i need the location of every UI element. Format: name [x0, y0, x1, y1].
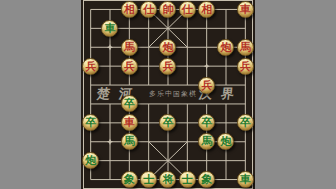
- board-point[interactable]: 卒: [158, 113, 177, 132]
- piece-red-chariot[interactable]: 車: [121, 114, 138, 131]
- board-point[interactable]: 兵: [158, 57, 177, 76]
- board-point[interactable]: [81, 38, 100, 57]
- board-point[interactable]: 車: [236, 170, 255, 189]
- board-point[interactable]: 馬: [236, 38, 255, 57]
- board-point[interactable]: 士: [139, 170, 158, 189]
- board-point[interactable]: [236, 151, 255, 170]
- piece-red-elephant[interactable]: 相: [121, 1, 138, 18]
- board-point[interactable]: [81, 170, 100, 189]
- board-point[interactable]: 象: [120, 170, 139, 189]
- board-point[interactable]: [197, 151, 216, 170]
- board-point[interactable]: 兵: [236, 57, 255, 76]
- piece-green-horse[interactable]: 馬: [121, 133, 138, 150]
- board-point[interactable]: [216, 151, 235, 170]
- piece-glyph: 炮: [220, 41, 231, 52]
- board-point[interactable]: 士: [178, 170, 197, 189]
- board-point[interactable]: [158, 76, 177, 95]
- board-point[interactable]: 兵: [81, 57, 100, 76]
- board-point[interactable]: [139, 76, 158, 95]
- board-point[interactable]: [216, 113, 235, 132]
- board-point[interactable]: [236, 132, 255, 151]
- piece-glyph: 卒: [201, 117, 212, 128]
- piece-glyph: 車: [124, 117, 135, 128]
- board-point[interactable]: [178, 94, 197, 113]
- board-point[interactable]: [139, 57, 158, 76]
- board-point[interactable]: [158, 94, 177, 113]
- piece-green-soldier[interactable]: 卒: [198, 114, 215, 131]
- piece-glyph: 兵: [124, 60, 135, 71]
- piece-glyph: 卒: [240, 117, 251, 128]
- piece-glyph: 馬: [124, 41, 135, 52]
- board-point[interactable]: [178, 19, 197, 38]
- piece-red-soldier[interactable]: 兵: [198, 77, 215, 94]
- board-point[interactable]: [100, 151, 119, 170]
- piece-green-soldier[interactable]: 卒: [159, 114, 176, 131]
- board-point[interactable]: 炮: [216, 38, 235, 57]
- board-point[interactable]: [158, 151, 177, 170]
- piece-glyph: 卒: [162, 117, 173, 128]
- board-point[interactable]: [81, 76, 100, 95]
- piece-red-chariot[interactable]: 車: [237, 1, 254, 18]
- board-point[interactable]: [216, 0, 235, 19]
- piece-layer: 相仕帥仕相車車馬炮炮馬兵兵兵兵兵卒卒車卒卒卒馬馬炮炮象士将士象車: [81, 0, 255, 189]
- piece-red-horse[interactable]: 馬: [237, 39, 254, 56]
- board-point[interactable]: [139, 38, 158, 57]
- piece-glyph: 馬: [240, 41, 251, 52]
- piece-glyph: 車: [240, 3, 251, 14]
- piece-glyph: 兵: [240, 60, 251, 71]
- board-point[interactable]: [197, 19, 216, 38]
- piece-green-cannon[interactable]: 炮: [82, 152, 99, 169]
- board-point[interactable]: [100, 76, 119, 95]
- letterbox-left: [0, 0, 81, 189]
- piece-glyph: 車: [240, 174, 251, 185]
- piece-green-chariot[interactable]: 車: [101, 20, 118, 37]
- piece-green-advisor[interactable]: 士: [140, 171, 157, 188]
- board-point[interactable]: 車: [100, 19, 119, 38]
- piece-glyph: 象: [124, 174, 135, 185]
- piece-glyph: 兵: [85, 60, 96, 71]
- board-point[interactable]: [81, 132, 100, 151]
- board-point[interactable]: [178, 76, 197, 95]
- piece-green-soldier[interactable]: 卒: [121, 95, 138, 112]
- board-point[interactable]: 馬: [120, 132, 139, 151]
- piece-green-elephant[interactable]: 象: [198, 171, 215, 188]
- board-point[interactable]: [236, 19, 255, 38]
- piece-glyph: 帥: [162, 3, 173, 14]
- board-point[interactable]: [100, 94, 119, 113]
- piece-red-cannon[interactable]: 炮: [159, 39, 176, 56]
- piece-glyph: 仕: [182, 3, 193, 14]
- piece-glyph: 馬: [201, 136, 212, 147]
- piece-glyph: 卒: [85, 117, 96, 128]
- board-point[interactable]: 炮: [81, 151, 100, 170]
- board-point[interactable]: 卒: [81, 113, 100, 132]
- piece-glyph: 士: [182, 174, 193, 185]
- board-point[interactable]: 馬: [197, 132, 216, 151]
- piece-glyph: 卒: [124, 98, 135, 109]
- piece-green-elephant[interactable]: 象: [121, 171, 138, 188]
- board-point[interactable]: [139, 132, 158, 151]
- piece-red-advisor[interactable]: 仕: [179, 1, 196, 18]
- piece-green-advisor[interactable]: 士: [179, 171, 196, 188]
- piece-green-cannon[interactable]: 炮: [217, 133, 234, 150]
- xiangqi-board: 楚河 汉界 多乐中国象棋 相仕帥仕相車車馬炮炮馬兵兵兵兵兵卒卒車卒卒卒馬馬炮炮象…: [81, 0, 255, 189]
- piece-red-cannon[interactable]: 炮: [217, 39, 234, 56]
- piece-red-king[interactable]: 帥: [159, 1, 176, 18]
- board-point[interactable]: 卒: [120, 94, 139, 113]
- board-point[interactable]: [197, 57, 216, 76]
- board-point[interactable]: [120, 19, 139, 38]
- piece-glyph: 相: [201, 3, 212, 14]
- piece-green-soldier[interactable]: 卒: [82, 114, 99, 131]
- piece-red-advisor[interactable]: 仕: [140, 1, 157, 18]
- piece-red-soldier[interactable]: 兵: [237, 58, 254, 75]
- piece-red-horse[interactable]: 馬: [121, 39, 138, 56]
- board-point[interactable]: [178, 132, 197, 151]
- piece-glyph: 象: [201, 174, 212, 185]
- board-point[interactable]: [100, 57, 119, 76]
- board-point[interactable]: [139, 94, 158, 113]
- board-point[interactable]: [216, 94, 235, 113]
- piece-glyph: 炮: [162, 41, 173, 52]
- piece-green-chariot[interactable]: 車: [237, 171, 254, 188]
- board-point[interactable]: [216, 19, 235, 38]
- piece-glyph: 士: [143, 174, 154, 185]
- board-point[interactable]: [100, 0, 119, 19]
- piece-glyph: 相: [124, 3, 135, 14]
- board-point[interactable]: [100, 132, 119, 151]
- board-point[interactable]: [100, 38, 119, 57]
- board-point[interactable]: 仕: [139, 0, 158, 19]
- piece-green-king[interactable]: 将: [159, 171, 176, 188]
- board-point[interactable]: [216, 170, 235, 189]
- board-point[interactable]: [236, 94, 255, 113]
- board-point[interactable]: [81, 0, 100, 19]
- board-point[interactable]: 馬: [120, 38, 139, 57]
- piece-glyph: 将: [162, 174, 173, 185]
- board-point[interactable]: [236, 76, 255, 95]
- piece-red-soldier[interactable]: 兵: [121, 58, 138, 75]
- xiangqi-app-screen: 楚河 汉界 多乐中国象棋 相仕帥仕相車車馬炮炮馬兵兵兵兵兵卒卒車卒卒卒馬馬炮炮象…: [0, 0, 336, 189]
- board-point[interactable]: 炮: [216, 132, 235, 151]
- board-point[interactable]: 車: [236, 0, 255, 19]
- board-point[interactable]: [158, 132, 177, 151]
- board-point[interactable]: [81, 94, 100, 113]
- board-point[interactable]: [178, 151, 197, 170]
- board-point[interactable]: 帥: [158, 0, 177, 19]
- board-point[interactable]: 象: [197, 170, 216, 189]
- board-point[interactable]: 炮: [158, 38, 177, 57]
- board-point[interactable]: [216, 76, 235, 95]
- board-point[interactable]: [139, 151, 158, 170]
- board-point[interactable]: [216, 57, 235, 76]
- piece-glyph: 炮: [220, 136, 231, 147]
- piece-glyph: 炮: [85, 155, 96, 166]
- board-point[interactable]: [178, 113, 197, 132]
- board-point[interactable]: [81, 19, 100, 38]
- board-point[interactable]: [100, 113, 119, 132]
- board-point[interactable]: [139, 19, 158, 38]
- board-point[interactable]: 車: [120, 113, 139, 132]
- board-point[interactable]: [100, 170, 119, 189]
- letterbox-right: [255, 0, 336, 189]
- board-point[interactable]: 兵: [197, 76, 216, 95]
- piece-glyph: 車: [104, 22, 115, 33]
- board-point[interactable]: 兵: [120, 57, 139, 76]
- piece-red-elephant[interactable]: 相: [198, 1, 215, 18]
- board-point[interactable]: [120, 151, 139, 170]
- piece-glyph: 仕: [143, 3, 154, 14]
- piece-red-soldier[interactable]: 兵: [82, 58, 99, 75]
- piece-green-horse[interactable]: 馬: [198, 133, 215, 150]
- piece-green-soldier[interactable]: 卒: [237, 114, 254, 131]
- piece-glyph: 兵: [201, 79, 212, 90]
- piece-red-soldier[interactable]: 兵: [159, 58, 176, 75]
- board-point[interactable]: [197, 38, 216, 57]
- board-point[interactable]: [158, 19, 177, 38]
- board-point[interactable]: [178, 38, 197, 57]
- board-point[interactable]: 仕: [178, 0, 197, 19]
- piece-glyph: 馬: [124, 136, 135, 147]
- board-point[interactable]: 卒: [236, 113, 255, 132]
- board-point[interactable]: [197, 94, 216, 113]
- board-point[interactable]: [178, 57, 197, 76]
- board-point[interactable]: 卒: [197, 113, 216, 132]
- board-point[interactable]: [139, 113, 158, 132]
- board-point[interactable]: 相: [120, 0, 139, 19]
- board-point[interactable]: 相: [197, 0, 216, 19]
- board-point[interactable]: [120, 76, 139, 95]
- board-point[interactable]: 将: [158, 170, 177, 189]
- piece-glyph: 兵: [162, 60, 173, 71]
